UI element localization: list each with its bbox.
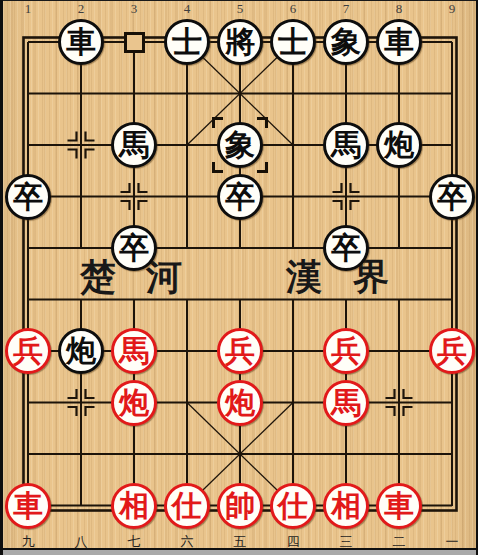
file-label-top: 1: [25, 1, 32, 17]
piece-black-soldier[interactable]: 卒: [111, 225, 157, 271]
file-label-top: 9: [449, 1, 456, 17]
piece-red-elephant[interactable]: 相: [111, 483, 157, 529]
piece-red-elephant[interactable]: 相: [323, 483, 369, 529]
piece-black-soldier[interactable]: 卒: [217, 174, 263, 220]
piece-red-advisor[interactable]: 仕: [164, 483, 210, 529]
piece-red-soldier[interactable]: 兵: [323, 328, 369, 374]
piece-red-horse[interactable]: 馬: [323, 380, 369, 426]
piece-black-horse[interactable]: 馬: [111, 122, 157, 168]
file-label-top: 3: [131, 1, 138, 17]
file-label-top: 4: [184, 1, 191, 17]
pieces-layer: 車士將士象車馬象馬炮卒卒卒卒卒炮兵馬兵兵兵炮炮馬車相仕帥仕相車: [2, 16, 478, 531]
piece-black-general[interactable]: 將: [217, 19, 263, 65]
file-label-top: 6: [290, 1, 297, 17]
piece-red-horse[interactable]: 馬: [111, 328, 157, 374]
piece-black-cannon[interactable]: 炮: [58, 328, 104, 374]
piece-red-soldier[interactable]: 兵: [429, 328, 475, 374]
piece-red-soldier[interactable]: 兵: [5, 328, 51, 374]
file-label-top: 5: [237, 1, 244, 17]
piece-red-chariot[interactable]: 車: [5, 483, 51, 529]
window-edge: [0, 0, 3, 555]
bottom-edge-bar: [0, 550, 478, 555]
file-label-top: 7: [343, 1, 350, 17]
piece-black-elephant[interactable]: 象: [323, 19, 369, 65]
window-edge: [0, 0, 478, 1]
piece-black-advisor[interactable]: 士: [270, 19, 316, 65]
piece-red-advisor[interactable]: 仕: [270, 483, 316, 529]
piece-black-horse[interactable]: 馬: [323, 122, 369, 168]
piece-black-soldier[interactable]: 卒: [323, 225, 369, 271]
piece-black-cannon[interactable]: 炮: [376, 122, 422, 168]
file-label-top: 2: [78, 1, 85, 17]
piece-black-elephant[interactable]: 象: [217, 122, 263, 168]
xiangqi-board-window: 123456789 九八七六五四三二一 楚河漢界 車士將士象車馬象馬炮卒卒卒卒卒…: [0, 0, 478, 555]
piece-black-advisor[interactable]: 士: [164, 19, 210, 65]
piece-black-chariot[interactable]: 車: [58, 19, 104, 65]
piece-black-chariot[interactable]: 車: [376, 19, 422, 65]
piece-red-cannon[interactable]: 炮: [111, 380, 157, 426]
piece-black-soldier[interactable]: 卒: [429, 174, 475, 220]
piece-red-cannon[interactable]: 炮: [217, 380, 263, 426]
piece-black-soldier[interactable]: 卒: [5, 174, 51, 220]
piece-red-soldier[interactable]: 兵: [217, 328, 263, 374]
piece-red-general[interactable]: 帥: [217, 483, 263, 529]
file-label-top: 8: [396, 1, 403, 17]
piece-red-chariot[interactable]: 車: [376, 483, 422, 529]
